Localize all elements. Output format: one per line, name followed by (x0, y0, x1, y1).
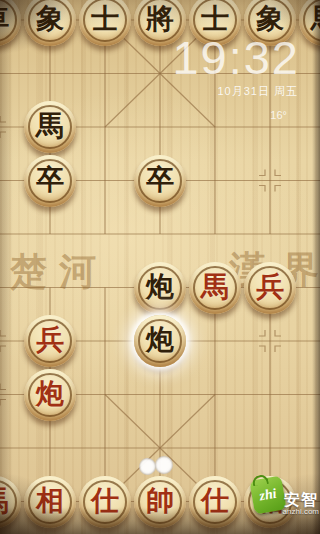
piece-glyph: 相 (36, 487, 64, 517)
piece-glyph: 仕 (201, 487, 229, 517)
white-seal-icon (139, 456, 177, 478)
piece-black-cannon-front[interactable]: 炮 (134, 262, 186, 314)
piece-black-elephant-right[interactable]: 象 (244, 0, 296, 46)
piece-glyph: 象 (36, 5, 64, 35)
piece-red-advisor-right[interactable]: 仕 (189, 476, 241, 528)
piece-glyph: 卒 (146, 166, 174, 196)
piece-glyph: 馬 (201, 273, 229, 303)
piece-glyph: 馬 (36, 112, 64, 142)
piece-glyph: 卒 (36, 166, 64, 196)
piece-black-horse-right[interactable]: 馬 (299, 0, 320, 46)
piece-glyph: 馬 (0, 487, 9, 517)
piece-glyph: 炮 (146, 273, 174, 303)
piece-glyph: 仕 (91, 487, 119, 517)
anzhi-url-label: anzhi.com (283, 507, 319, 516)
bag-script-label: zhi (251, 484, 285, 505)
piece-glyph: 兵 (36, 326, 64, 356)
piece-glyph: 兵 (256, 273, 284, 303)
piece-black-soldier-center[interactable]: 卒 (134, 155, 186, 207)
piece-red-horse-advanced[interactable]: 馬 (189, 262, 241, 314)
piece-glyph: 炮 (146, 326, 174, 356)
piece-glyph: 士 (91, 5, 119, 35)
piece-glyph: 炮 (36, 380, 64, 410)
piece-glyph: 帥 (146, 487, 174, 517)
piece-red-general[interactable]: 帥 (134, 476, 186, 528)
piece-black-soldier-left[interactable]: 卒 (24, 155, 76, 207)
piece-glyph: 士 (201, 5, 229, 35)
piece-red-horse-edge[interactable]: 馬 (0, 476, 21, 528)
piece-glyph: 車 (0, 5, 9, 35)
piece-red-soldier-left[interactable]: 兵 (24, 315, 76, 367)
piece-red-soldier-advanced[interactable]: 兵 (244, 262, 296, 314)
piece-black-elephant-left[interactable]: 象 (24, 0, 76, 46)
piece-red-cannon-left[interactable]: 炮 (24, 369, 76, 421)
piece-glyph: 將 (146, 5, 174, 35)
anzhi-bag-icon: zhi (249, 475, 286, 514)
piece-red-elephant-left[interactable]: 相 (24, 476, 76, 528)
xiangqi-app-screen: 楚河 漢界 車象士將士象馬馬卒卒炮馬兵兵炮炮馬相仕帥仕相 19:32 10月31… (0, 0, 320, 534)
xiangqi-board-grid: 車象士將士象馬馬卒卒炮馬兵兵炮炮馬相仕帥仕相 (0, 0, 320, 528)
piece-glyph: 馬 (311, 5, 320, 35)
anzhi-watermark: zhi 安智 anzhi.com (246, 490, 320, 528)
piece-black-cannon-rear[interactable]: 炮 (134, 315, 186, 367)
piece-black-chariot-edge[interactable]: 車 (0, 0, 21, 46)
piece-black-horse-left[interactable]: 馬 (24, 101, 76, 153)
piece-black-advisor-left[interactable]: 士 (79, 0, 131, 46)
piece-glyph: 象 (256, 5, 284, 35)
piece-black-advisor-right[interactable]: 士 (189, 0, 241, 46)
piece-red-advisor-left[interactable]: 仕 (79, 476, 131, 528)
piece-black-general[interactable]: 將 (134, 0, 186, 46)
